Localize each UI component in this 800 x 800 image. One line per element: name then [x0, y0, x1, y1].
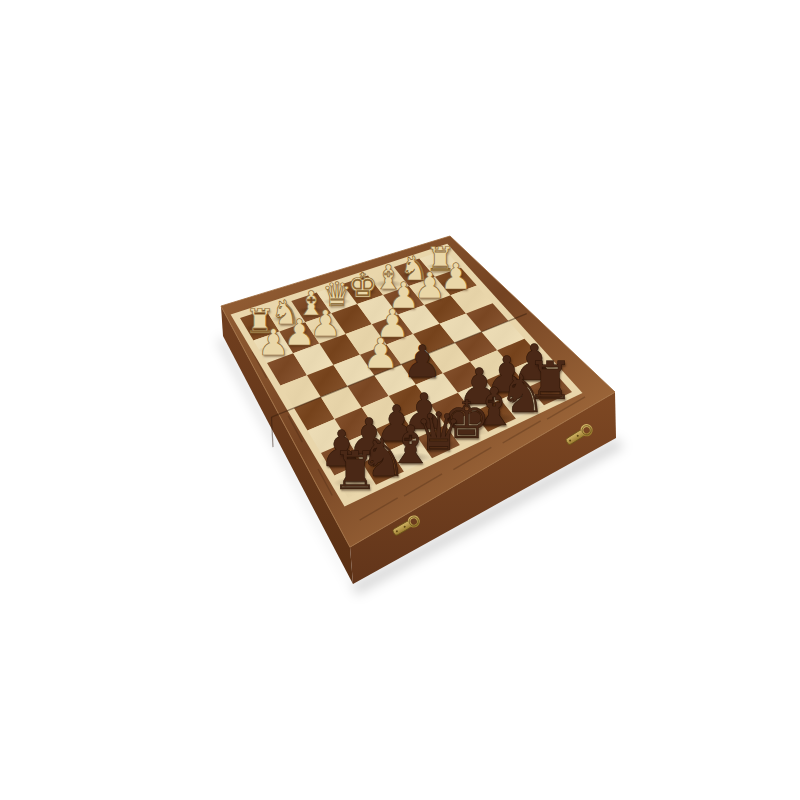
chess-board [0, 0, 800, 800]
chess-set-photo: ♜♞♝♛♚♝♞♜♟♟♟♟♟♟♟♟♟♟♟♟♟♟♟♟♜♞♝♛♚♝♞♜ [0, 0, 800, 800]
